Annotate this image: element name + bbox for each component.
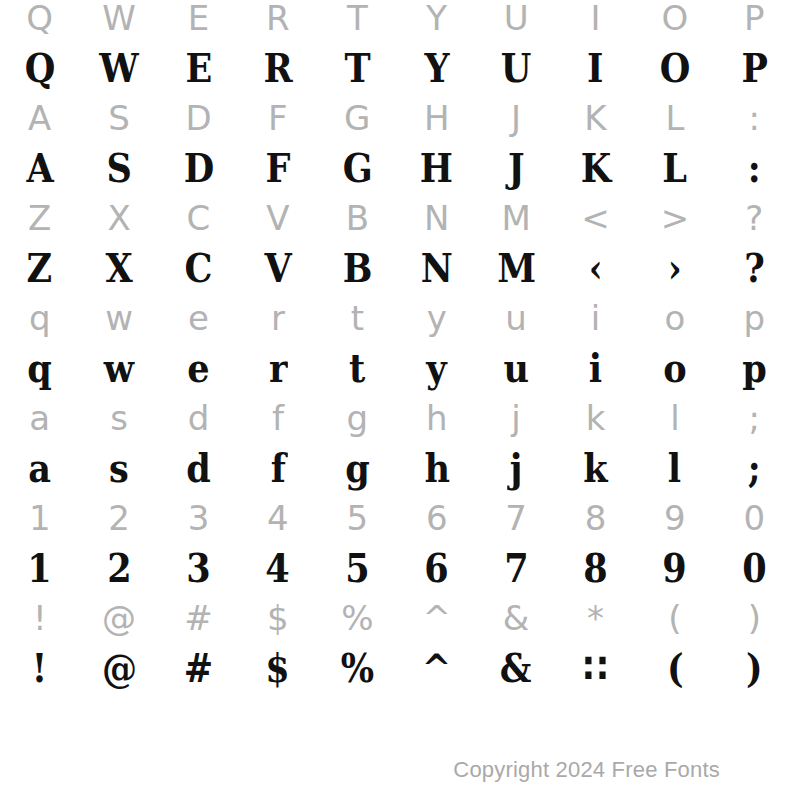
specimen-glyph: d	[186, 445, 211, 491]
glyph-cell-r7-c5: t	[318, 293, 397, 343]
glyph-cell-r1-c5: T	[318, 0, 397, 43]
glyph-cell-r11-c9: 9	[635, 493, 714, 543]
glyph-cell-r1-c8: I	[556, 0, 635, 43]
specimen-glyph: $	[266, 645, 290, 691]
reference-glyph: 8	[585, 498, 607, 538]
specimen-glyph: 5	[345, 545, 369, 591]
glyph-cell-r11-c4: 4	[238, 493, 317, 543]
glyph-cell-r8-c7: u	[476, 343, 555, 393]
glyph-cell-r12-c1: 1	[0, 543, 79, 593]
glyph-cell-r3-c4: F	[238, 93, 317, 143]
specimen-glyph: r	[269, 345, 288, 391]
reference-glyph: L	[665, 98, 684, 138]
reference-glyph: q	[29, 298, 51, 338]
glyph-cell-r14-c10: )	[715, 643, 794, 693]
glyph-cell-r3-c3: D	[159, 93, 238, 143]
specimen-glyph: E	[185, 45, 212, 91]
glyph-cell-r1-c3: E	[159, 0, 238, 43]
reference-glyph: i	[591, 298, 600, 338]
glyph-cell-r5-c3: C	[159, 193, 238, 243]
reference-glyph: w	[105, 298, 133, 338]
glyph-cell-r10-c7: j	[476, 443, 555, 493]
glyph-cell-r4-c6: H	[397, 143, 476, 193]
reference-glyph: 6	[426, 498, 448, 538]
glyph-cell-r5-c4: V	[238, 193, 317, 243]
glyph-cell-r6-c7: M	[476, 243, 555, 293]
reference-glyph: u	[505, 298, 527, 338]
reference-glyph: T	[347, 0, 368, 38]
glyph-cell-r1-c2: W	[79, 0, 158, 43]
specimen-glyph: 2	[107, 545, 131, 591]
glyph-cell-r9-c9: l	[635, 393, 714, 443]
glyph-cell-r6-c5: B	[318, 243, 397, 293]
glyph-cell-r14-c2: @	[79, 643, 158, 693]
glyph-cell-r13-c9: (	[635, 593, 714, 643]
glyph-cell-r9-c4: f	[238, 393, 317, 443]
reference-glyph: F	[268, 98, 288, 138]
specimen-glyph: G	[342, 145, 372, 191]
specimen-glyph: W	[99, 45, 138, 91]
specimen-glyph: 8	[583, 545, 607, 591]
glyph-cell-r2-c2: W	[79, 43, 158, 93]
glyph-cell-r10-c8: k	[556, 443, 635, 493]
reference-glyph: O	[662, 0, 689, 38]
glyph-cell-r2-c9: O	[635, 43, 714, 93]
specimen-glyph: B	[342, 245, 372, 291]
reference-glyph: 3	[188, 498, 210, 538]
specimen-glyph: F	[265, 145, 290, 191]
glyph-cell-r10-c2: s	[79, 443, 158, 493]
reference-glyph: R	[266, 0, 290, 38]
reference-glyph: ^	[422, 598, 451, 638]
specimen-glyph: Y	[424, 45, 449, 91]
specimen-glyph: U	[501, 45, 532, 91]
reference-glyph: *	[587, 598, 604, 638]
reference-glyph: ?	[745, 198, 763, 238]
glyph-cell-r14-c8: ∷	[556, 643, 635, 693]
glyph-cell-r14-c6: ^	[397, 643, 476, 693]
reference-glyph: ;	[749, 398, 760, 438]
glyph-cell-r3-c5: G	[318, 93, 397, 143]
glyph-cell-r5-c5: B	[318, 193, 397, 243]
glyph-cell-r5-c2: X	[79, 193, 158, 243]
glyph-cell-r3-c8: K	[556, 93, 635, 143]
glyph-cell-r6-c8: ‹	[556, 243, 635, 293]
specimen-glyph: ‹	[588, 245, 602, 291]
specimen-glyph: )	[746, 645, 763, 691]
specimen-glyph: s	[109, 445, 129, 491]
glyph-cell-r7-c6: y	[397, 293, 476, 343]
glyph-cell-r8-c10: p	[715, 343, 794, 393]
specimen-glyph: :	[748, 145, 761, 191]
specimen-glyph: 4	[266, 545, 290, 591]
glyph-cell-r13-c1: !	[0, 593, 79, 643]
reference-glyph: :	[749, 98, 760, 138]
glyph-cell-r2-c1: Q	[0, 43, 79, 93]
specimen-glyph: H	[420, 145, 453, 191]
glyph-cell-r7-c8: i	[556, 293, 635, 343]
specimen-glyph: S	[106, 145, 131, 191]
glyph-cell-r4-c1: A	[0, 143, 79, 193]
glyph-cell-r2-c8: I	[556, 43, 635, 93]
glyph-cell-r4-c4: F	[238, 143, 317, 193]
specimen-glyph: K	[580, 145, 611, 191]
reference-glyph: N	[424, 198, 449, 238]
specimen-glyph: a	[28, 445, 51, 491]
reference-glyph: @	[102, 598, 136, 638]
specimen-glyph: D	[183, 145, 213, 191]
glyph-cell-r8-c9: o	[635, 343, 714, 393]
glyph-cell-r5-c10: ?	[715, 193, 794, 243]
specimen-glyph: V	[264, 245, 291, 291]
glyph-cell-r1-c6: Y	[397, 0, 476, 43]
specimen-glyph: w	[104, 345, 134, 391]
glyph-cell-r7-c10: p	[715, 293, 794, 343]
reference-glyph: H	[424, 98, 450, 138]
glyph-cell-r2-c6: Y	[397, 43, 476, 93]
specimen-glyph: X	[105, 245, 132, 291]
reference-glyph: G	[344, 98, 370, 138]
reference-glyph: $	[267, 598, 289, 638]
reference-glyph: 1	[29, 498, 51, 538]
specimen-glyph: ›	[668, 245, 682, 291]
reference-glyph: V	[266, 198, 289, 238]
glyph-cell-r10-c9: l	[635, 443, 714, 493]
specimen-glyph: Z	[27, 245, 53, 291]
reference-glyph: J	[511, 98, 521, 138]
specimen-glyph: o	[663, 345, 686, 391]
specimen-glyph: 1	[27, 545, 51, 591]
reference-glyph: k	[586, 398, 606, 438]
glyph-cell-r2-c3: E	[159, 43, 238, 93]
reference-glyph: (	[668, 598, 681, 638]
font-specimen-page: { "game": "font-specimen-character-map",…	[0, 0, 800, 800]
glyph-cell-r4-c5: G	[318, 143, 397, 193]
specimen-glyph: (	[667, 645, 684, 691]
reference-glyph: 5	[346, 498, 368, 538]
glyph-cell-r2-c4: R	[238, 43, 317, 93]
reference-glyph: y	[427, 298, 447, 338]
glyph-cell-r11-c8: 8	[556, 493, 635, 543]
reference-glyph: #	[184, 598, 213, 638]
reference-glyph: d	[188, 398, 210, 438]
glyph-cell-r9-c3: d	[159, 393, 238, 443]
reference-glyph: Q	[26, 0, 53, 38]
reference-glyph: 2	[108, 498, 130, 538]
glyph-cell-r9-c6: h	[397, 393, 476, 443]
reference-glyph: h	[426, 398, 448, 438]
reference-glyph: A	[28, 98, 51, 138]
specimen-glyph: #	[184, 645, 213, 691]
character-grid: QWERTYUIOPQWERTYUIOPASDFGHJKL:ASDFGHJKL:…	[0, 0, 794, 693]
glyph-cell-r9-c8: k	[556, 393, 635, 443]
glyph-cell-r12-c3: 3	[159, 543, 238, 593]
specimen-glyph: ?	[744, 245, 765, 291]
glyph-cell-r1-c4: R	[238, 0, 317, 43]
specimen-glyph: I	[587, 45, 603, 91]
glyph-cell-r3-c7: J	[476, 93, 555, 143]
reference-glyph: U	[504, 0, 529, 38]
reference-glyph: j	[511, 398, 520, 438]
reference-glyph: &	[503, 598, 530, 638]
glyph-cell-r5-c1: Z	[0, 193, 79, 243]
glyph-cell-r10-c4: f	[238, 443, 317, 493]
reference-glyph: >	[661, 198, 690, 238]
glyph-cell-r3-c2: S	[79, 93, 158, 143]
glyph-cell-r10-c1: a	[0, 443, 79, 493]
glyph-cell-r4-c3: D	[159, 143, 238, 193]
glyph-cell-r3-c1: A	[0, 93, 79, 143]
reference-glyph: M	[501, 198, 530, 238]
glyph-cell-r4-c10: :	[715, 143, 794, 193]
specimen-glyph: t	[349, 345, 365, 391]
reference-glyph: I	[590, 0, 600, 38]
specimen-glyph: M	[497, 245, 536, 291]
glyph-cell-r9-c2: s	[79, 393, 158, 443]
glyph-cell-r10-c5: g	[318, 443, 397, 493]
glyph-cell-r3-c6: H	[397, 93, 476, 143]
specimen-glyph: N	[421, 245, 453, 291]
glyph-cell-r1-c1: Q	[0, 0, 79, 43]
glyph-cell-r6-c3: C	[159, 243, 238, 293]
glyph-cell-r6-c4: V	[238, 243, 317, 293]
specimen-glyph: 9	[663, 545, 687, 591]
specimen-glyph: p	[742, 345, 767, 391]
reference-glyph: <	[581, 198, 610, 238]
glyph-cell-r3-c9: L	[635, 93, 714, 143]
reference-glyph: W	[102, 0, 136, 38]
specimen-glyph: %	[341, 645, 374, 691]
reference-glyph: 4	[267, 498, 289, 538]
glyph-cell-r1-c10: P	[715, 0, 794, 43]
glyph-cell-r12-c5: 5	[318, 543, 397, 593]
glyph-cell-r8-c3: e	[159, 343, 238, 393]
glyph-cell-r5-c8: <	[556, 193, 635, 243]
specimen-glyph: Q	[24, 45, 55, 91]
specimen-glyph: u	[503, 345, 529, 391]
reference-glyph: E	[188, 0, 209, 38]
glyph-cell-r12-c7: 7	[476, 543, 555, 593]
reference-glyph: S	[108, 98, 130, 138]
glyph-cell-r13-c6: ^	[397, 593, 476, 643]
glyph-cell-r10-c3: d	[159, 443, 238, 493]
specimen-glyph: !	[32, 645, 47, 691]
glyph-cell-r12-c10: 0	[715, 543, 794, 593]
glyph-cell-r14-c4: $	[238, 643, 317, 693]
reference-glyph: p	[744, 298, 766, 338]
glyph-cell-r9-c5: g	[318, 393, 397, 443]
glyph-cell-r7-c2: w	[79, 293, 158, 343]
glyph-cell-r13-c10: )	[715, 593, 794, 643]
glyph-cell-r14-c9: (	[635, 643, 714, 693]
reference-glyph: Z	[28, 198, 51, 238]
glyph-cell-r11-c10: 0	[715, 493, 794, 543]
glyph-cell-r13-c8: *	[556, 593, 635, 643]
specimen-glyph: R	[263, 45, 292, 91]
reference-glyph: t	[351, 298, 364, 338]
glyph-cell-r4-c7: J	[476, 143, 555, 193]
glyph-cell-r14-c5: %	[318, 643, 397, 693]
specimen-glyph: &	[500, 645, 532, 691]
glyph-cell-r12-c9: 9	[635, 543, 714, 593]
glyph-cell-r8-c8: i	[556, 343, 635, 393]
glyph-cell-r5-c7: M	[476, 193, 555, 243]
glyph-cell-r13-c7: &	[476, 593, 555, 643]
specimen-glyph: A	[26, 145, 53, 191]
reference-glyph: a	[29, 398, 50, 438]
specimen-glyph: 0	[742, 545, 766, 591]
specimen-glyph: k	[583, 445, 607, 491]
copyright-text: Copyright 2024 Free Fonts	[453, 757, 720, 783]
glyph-cell-r5-c6: N	[397, 193, 476, 243]
glyph-cell-r6-c6: N	[397, 243, 476, 293]
specimen-glyph: f	[270, 445, 285, 491]
specimen-glyph: 6	[424, 545, 448, 591]
reference-glyph: K	[584, 98, 606, 138]
specimen-glyph: j	[510, 445, 523, 491]
specimen-glyph: 3	[186, 545, 210, 591]
glyph-cell-r11-c2: 2	[79, 493, 158, 543]
reference-glyph: Y	[426, 0, 447, 38]
reference-glyph: s	[110, 398, 128, 438]
glyph-cell-r5-c9: >	[635, 193, 714, 243]
reference-glyph: X	[107, 198, 130, 238]
glyph-cell-r8-c6: y	[397, 343, 476, 393]
glyph-cell-r6-c9: ›	[635, 243, 714, 293]
glyph-cell-r13-c4: $	[238, 593, 317, 643]
specimen-glyph: O	[660, 45, 691, 91]
glyph-cell-r14-c1: !	[0, 643, 79, 693]
glyph-cell-r11-c6: 6	[397, 493, 476, 543]
specimen-glyph: i	[589, 345, 602, 391]
specimen-glyph: P	[741, 45, 767, 91]
reference-glyph: D	[185, 98, 211, 138]
specimen-glyph: L	[663, 145, 688, 191]
glyph-cell-r12-c8: 8	[556, 543, 635, 593]
reference-glyph: C	[187, 198, 211, 238]
glyph-cell-r4-c8: K	[556, 143, 635, 193]
glyph-cell-r6-c10: ?	[715, 243, 794, 293]
glyph-cell-r7-c9: o	[635, 293, 714, 343]
specimen-glyph: g	[345, 445, 370, 491]
glyph-cell-r6-c1: Z	[0, 243, 79, 293]
reference-glyph: l	[670, 398, 679, 438]
glyph-cell-r8-c2: w	[79, 343, 158, 393]
specimen-glyph: 7	[504, 545, 528, 591]
reference-glyph: 7	[505, 498, 527, 538]
glyph-cell-r2-c7: U	[476, 43, 555, 93]
glyph-cell-r13-c3: #	[159, 593, 238, 643]
reference-glyph: e	[188, 298, 209, 338]
glyph-cell-r7-c1: q	[0, 293, 79, 343]
reference-glyph: %	[341, 598, 373, 638]
glyph-cell-r3-c10: :	[715, 93, 794, 143]
glyph-cell-r9-c10: ;	[715, 393, 794, 443]
glyph-cell-r7-c7: u	[476, 293, 555, 343]
reference-glyph: o	[664, 298, 685, 338]
glyph-cell-r7-c4: r	[238, 293, 317, 343]
specimen-glyph: l	[668, 445, 681, 491]
glyph-cell-r12-c4: 4	[238, 543, 317, 593]
glyph-cell-r4-c2: S	[79, 143, 158, 193]
specimen-glyph: T	[344, 45, 370, 91]
reference-glyph: f	[272, 398, 284, 438]
specimen-glyph: C	[185, 245, 213, 291]
glyph-cell-r14-c3: #	[159, 643, 238, 693]
glyph-cell-r11-c3: 3	[159, 493, 238, 543]
glyph-cell-r11-c1: 1	[0, 493, 79, 543]
reference-glyph: g	[347, 398, 369, 438]
specimen-glyph: ;	[748, 445, 761, 491]
reference-glyph: r	[271, 298, 285, 338]
reference-glyph: 9	[664, 498, 686, 538]
glyph-cell-r9-c1: a	[0, 393, 79, 443]
glyph-cell-r2-c10: P	[715, 43, 794, 93]
glyph-cell-r6-c2: X	[79, 243, 158, 293]
glyph-cell-r1-c7: U	[476, 0, 555, 43]
glyph-cell-r13-c2: @	[79, 593, 158, 643]
specimen-glyph: h	[424, 445, 450, 491]
specimen-glyph: e	[187, 345, 209, 391]
specimen-glyph: y	[426, 345, 446, 391]
glyph-cell-r8-c5: t	[318, 343, 397, 393]
glyph-cell-r10-c6: h	[397, 443, 476, 493]
specimen-glyph: ^	[422, 645, 451, 691]
glyph-cell-r8-c1: q	[0, 343, 79, 393]
glyph-cell-r4-c9: L	[635, 143, 714, 193]
specimen-glyph: J	[508, 145, 525, 191]
specimen-glyph: @	[102, 645, 137, 691]
glyph-cell-r11-c5: 5	[318, 493, 397, 543]
specimen-glyph: q	[27, 345, 52, 391]
reference-glyph: P	[744, 0, 765, 38]
reference-glyph: B	[346, 198, 369, 238]
reference-glyph: 0	[743, 498, 765, 538]
reference-glyph: )	[748, 598, 761, 638]
glyph-cell-r12-c2: 2	[79, 543, 158, 593]
glyph-cell-r10-c10: ;	[715, 443, 794, 493]
reference-glyph: !	[33, 598, 47, 638]
glyph-cell-r2-c5: T	[318, 43, 397, 93]
glyph-cell-r11-c7: 7	[476, 493, 555, 543]
glyph-cell-r8-c4: r	[238, 343, 317, 393]
glyph-cell-r13-c5: %	[318, 593, 397, 643]
glyph-cell-r7-c3: e	[159, 293, 238, 343]
glyph-cell-r1-c9: O	[635, 0, 714, 43]
glyph-cell-r12-c6: 6	[397, 543, 476, 593]
specimen-glyph: ∷	[583, 645, 607, 691]
glyph-cell-r9-c7: j	[476, 393, 555, 443]
glyph-cell-r14-c7: &	[476, 643, 555, 693]
